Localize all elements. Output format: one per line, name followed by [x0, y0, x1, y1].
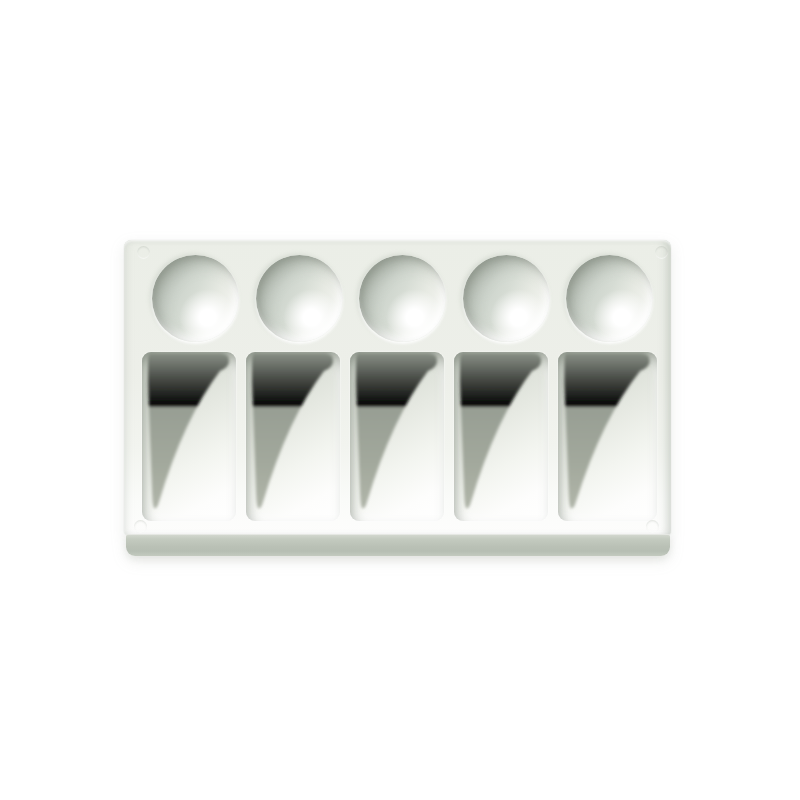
well-shadow	[350, 352, 444, 521]
palette-tray	[124, 240, 671, 556]
rect-paint-well	[246, 352, 340, 521]
rect-paint-well	[142, 352, 236, 521]
tray-face	[124, 240, 671, 535]
corner-boss	[646, 520, 659, 533]
rect-paint-well	[454, 352, 548, 521]
round-mixing-well	[463, 255, 550, 342]
photo-canvas	[0, 0, 800, 800]
round-mixing-well	[359, 255, 446, 342]
well-shadow	[246, 352, 340, 521]
corner-boss	[137, 246, 150, 259]
tray-base	[126, 534, 670, 556]
well-shadow	[558, 352, 657, 521]
round-mixing-well	[256, 255, 343, 342]
corner-boss	[134, 520, 147, 533]
well-shadow	[142, 352, 236, 521]
round-mixing-well	[152, 255, 239, 342]
corner-boss	[655, 246, 668, 259]
rect-paint-well	[558, 352, 657, 521]
rect-paint-well	[350, 352, 444, 521]
round-mixing-well	[566, 255, 653, 342]
well-shadow	[454, 352, 548, 521]
